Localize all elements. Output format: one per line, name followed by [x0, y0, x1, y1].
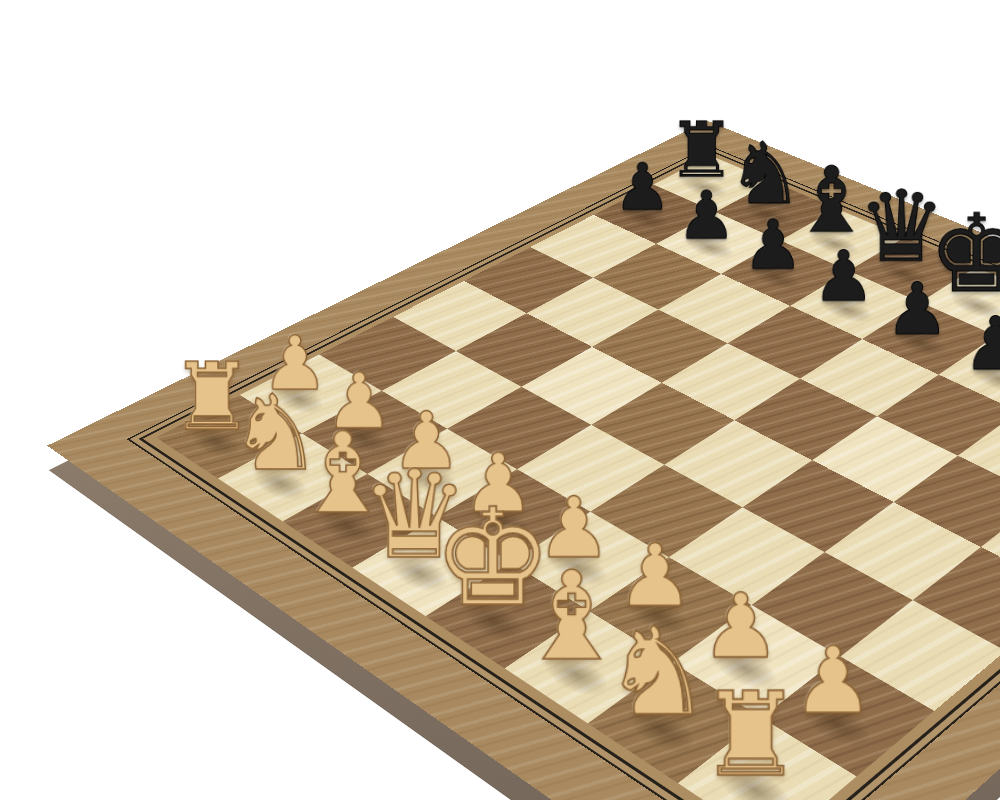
- board-grid: ♜♞♝♛♚♝♞♜♟♟♟♟♟♟♟♟♟♟♟♟♟♟♟♟♜♞♝♛♚♝♞♜: [156, 155, 1000, 800]
- piece-black-pawn-f7: ♟: [946, 307, 1000, 381]
- chess-set-product-photo: ♜♞♝♛♚♝♞♜♟♟♟♟♟♟♟♟♟♟♟♟♟♟♟♟♜♞♝♛♚♝♞♜: [0, 0, 1000, 800]
- board-pinstripe-border: ♜♞♝♛♚♝♞♜♟♟♟♟♟♟♟♟♟♟♟♟♟♟♟♟♜♞♝♛♚♝♞♜: [138, 150, 1000, 800]
- piece-white-rook-h1: ♜: [686, 677, 814, 793]
- board-frame: ♜♞♝♛♚♝♞♜♟♟♟♟♟♟♟♟♟♟♟♟♟♟♟♟♜♞♝♛♚♝♞♜: [47, 121, 1000, 800]
- chess-board: ♜♞♝♛♚♝♞♜♟♟♟♟♟♟♟♟♟♟♟♟♟♟♟♟♜♞♝♛♚♝♞♜: [47, 121, 1000, 800]
- square-g5: [894, 455, 1000, 546]
- square-h1: ♜: [677, 717, 857, 800]
